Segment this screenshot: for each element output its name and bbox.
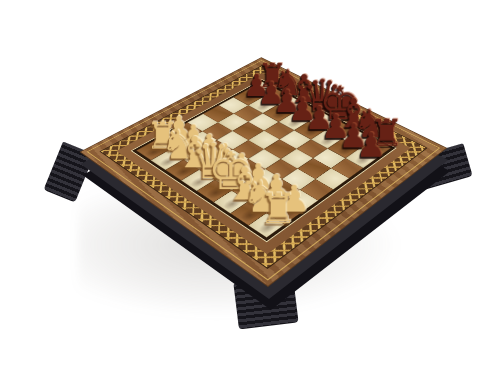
piece-black-pawn[interactable]: ♟ xyxy=(356,130,379,161)
chess-set-photo: ♜♟♟♜♞♟♟♞♝♟♟♝♛♟♟♛♚♟♟♚♝♟♟♝♞♟♟♞♜♟♟♜ xyxy=(0,0,500,367)
piece-white-rook[interactable]: ♜ xyxy=(260,190,286,229)
